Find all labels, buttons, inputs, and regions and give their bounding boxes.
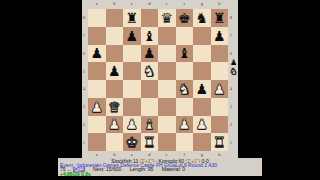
file-label-e: e — [158, 0, 176, 9]
square-b5[interactable]: ♟ — [106, 62, 124, 80]
rank-label-1: 1 — [229, 133, 238, 151]
square-h4[interactable]: ♟ — [211, 80, 229, 98]
file-label-d: d — [141, 0, 159, 9]
square-h7[interactable]: ♟ — [211, 27, 229, 45]
square-g4[interactable]: ♟ — [193, 80, 211, 98]
square-d2[interactable]: ♝ — [141, 116, 159, 134]
square-g6[interactable] — [193, 45, 211, 63]
square-f5[interactable] — [176, 62, 194, 80]
square-d5[interactable]: ♞ — [141, 62, 159, 80]
square-a5[interactable] — [88, 62, 106, 80]
file-labels-bottom: abcdefgh — [88, 151, 228, 158]
square-h8[interactable]: ♜ — [211, 9, 229, 27]
square-h3[interactable] — [211, 98, 229, 116]
square-a7[interactable] — [88, 27, 106, 45]
piece-white-pawn: ♟ — [213, 82, 226, 96]
square-f4[interactable]: ♞ — [176, 80, 194, 98]
square-g5[interactable] — [193, 62, 211, 80]
captured-pieces-tray: ♟♞ — [229, 58, 238, 76]
square-b2[interactable]: ♟ — [106, 116, 124, 134]
square-f6[interactable]: ♝ — [176, 45, 194, 63]
square-c4[interactable] — [123, 80, 141, 98]
chess-board[interactable]: ♜♛♚♞♜♟♝♟♟♟♝♟♞♞♟♟♟♛♟♟♝♟♟♚♜♜ — [88, 9, 228, 151]
engine-eval: +4.88/29 0.8s — [58, 172, 262, 176]
square-e2[interactable] — [158, 116, 176, 134]
piece-white-pawn: ♟ — [90, 100, 103, 114]
piece-white-pawn: ♟ — [178, 117, 191, 131]
square-e6[interactable] — [158, 45, 176, 63]
square-b6[interactable] — [106, 45, 124, 63]
piece-white-rook: ♜ — [213, 135, 226, 149]
square-a4[interactable] — [88, 80, 106, 98]
square-b4[interactable] — [106, 80, 124, 98]
file-labels-top: abcdefgh — [88, 0, 228, 9]
file-label-f: f — [176, 151, 194, 158]
square-d1[interactable]: ♜ — [141, 133, 159, 151]
square-b3[interactable]: ♛ — [106, 98, 124, 116]
piece-white-bishop: ♝ — [143, 117, 156, 131]
square-e7[interactable] — [158, 27, 176, 45]
square-c8[interactable]: ♜ — [123, 9, 141, 27]
square-h2[interactable] — [211, 116, 229, 134]
square-d8[interactable] — [141, 9, 159, 27]
file-label-d: d — [141, 151, 159, 158]
square-f3[interactable] — [176, 98, 194, 116]
square-c5[interactable] — [123, 62, 141, 80]
rank-label-8: 8 — [229, 9, 238, 27]
length-info: Length: 95 — [130, 167, 154, 171]
piece-white-knight: ♞ — [143, 64, 156, 78]
rank-label-7: 7 — [229, 27, 238, 45]
square-c2[interactable]: ♟ — [123, 116, 141, 134]
square-h1[interactable]: ♜ — [211, 133, 229, 151]
captured-white-knight-icon: ♞ — [230, 67, 237, 76]
square-a3[interactable]: ♟ — [88, 98, 106, 116]
piece-black-king: ♚ — [178, 11, 191, 25]
square-e1[interactable] — [158, 133, 176, 151]
square-b1[interactable] — [106, 133, 124, 151]
rank-label-4: 4 — [229, 80, 238, 98]
piece-black-knight: ♞ — [195, 11, 208, 25]
file-label-h: h — [211, 151, 229, 158]
piece-black-pawn: ♟ — [125, 29, 138, 43]
square-d4[interactable] — [141, 80, 159, 98]
piece-black-bishop: ♝ — [178, 46, 191, 60]
piece-black-pawn: ♟ — [195, 82, 208, 96]
file-label-a: a — [88, 151, 106, 158]
material-info: Material: 0 — [162, 167, 185, 171]
square-b7[interactable] — [106, 27, 124, 45]
square-c7[interactable]: ♟ — [123, 27, 141, 45]
square-a6[interactable]: ♟ — [88, 45, 106, 63]
info-panel: Stockfish 11 (2'+1") - Komodo 60 (2'+1")… — [58, 158, 262, 176]
square-e8[interactable]: ♛ — [158, 9, 176, 27]
square-f8[interactable]: ♚ — [176, 9, 194, 27]
piece-black-bishop: ♝ — [143, 29, 156, 43]
square-h6[interactable] — [211, 45, 229, 63]
file-label-g: g — [193, 0, 211, 9]
piece-black-pawn: ♟ — [213, 29, 226, 43]
piece-black-rook: ♜ — [125, 11, 138, 25]
rank-label-3: 3 — [229, 98, 238, 116]
piece-white-knight: ♞ — [178, 82, 191, 96]
piece-black-pawn: ♟ — [90, 46, 103, 60]
file-label-c: c — [123, 151, 141, 158]
piece-white-queen: ♛ — [108, 100, 121, 114]
square-d6[interactable]: ♟ — [141, 45, 159, 63]
rank-label-2: 2 — [229, 116, 238, 134]
captured-black-pawn-icon: ♟ — [230, 58, 237, 67]
file-label-g: g — [193, 151, 211, 158]
file-label-b: b — [106, 151, 124, 158]
file-label-c: c — [123, 0, 141, 9]
square-d3[interactable] — [141, 98, 159, 116]
square-g7[interactable] — [193, 27, 211, 45]
square-a2[interactable] — [88, 116, 106, 134]
square-d7[interactable]: ♝ — [141, 27, 159, 45]
square-f1[interactable] — [176, 133, 194, 151]
square-g1[interactable] — [193, 133, 211, 151]
file-label-a: a — [88, 0, 106, 9]
square-e4[interactable] — [158, 80, 176, 98]
square-e5[interactable] — [158, 62, 176, 80]
square-h5[interactable] — [211, 62, 229, 80]
file-label-h: h — [211, 0, 229, 9]
piece-white-pawn: ♟ — [108, 117, 121, 131]
piece-black-rook: ♜ — [213, 11, 226, 25]
next-info: Next: 15/600 — [93, 167, 121, 171]
piece-white-rook: ♜ — [143, 135, 156, 149]
piece-black-queen: ♛ — [160, 11, 173, 25]
piece-white-pawn: ♟ — [125, 117, 138, 131]
square-c3[interactable] — [123, 98, 141, 116]
chess-gui: abcdefgh 87654321 ♜♛♚♞♜♟♝♟♟♟♝♟♞♞♟♟♟♛♟♟♝♟… — [82, 0, 238, 158]
file-label-e: e — [158, 151, 176, 158]
square-c6[interactable] — [123, 45, 141, 63]
file-label-f: f — [176, 0, 194, 9]
square-g3[interactable] — [193, 98, 211, 116]
file-label-b: b — [106, 0, 124, 9]
square-f2[interactable]: ♟ — [176, 116, 194, 134]
piece-black-pawn: ♟ — [143, 46, 156, 60]
video-frame: abcdefgh 87654321 ♜♛♚♞♜♟♝♟♟♟♝♟♞♞♟♟♟♛♟♟♝♟… — [0, 0, 320, 180]
square-g8[interactable]: ♞ — [193, 9, 211, 27]
rank-labels-right: 87654321 — [229, 9, 238, 151]
piece-black-pawn: ♟ — [108, 64, 121, 78]
square-c1[interactable]: ♚ — [123, 133, 141, 151]
square-a1[interactable] — [88, 133, 106, 151]
square-a8[interactable] — [88, 9, 106, 27]
square-f7[interactable] — [176, 27, 194, 45]
square-b8[interactable] — [106, 9, 124, 27]
piece-white-pawn: ♟ — [195, 117, 208, 131]
square-e3[interactable] — [158, 98, 176, 116]
square-g2[interactable]: ♟ — [193, 116, 211, 134]
piece-white-king: ♚ — [125, 135, 138, 149]
